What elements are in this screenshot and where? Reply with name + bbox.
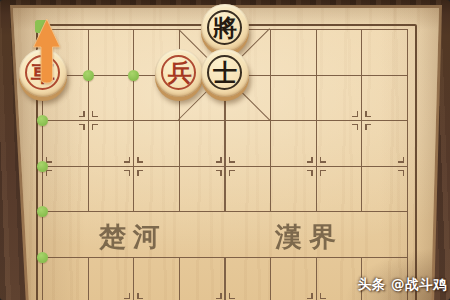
piece-char: 兵 xyxy=(167,61,191,85)
xiangqi-app-screen: 楚河 漢界 將 士 兵 xyxy=(0,0,450,300)
piece-black-general[interactable]: 將 xyxy=(201,4,249,56)
piece-char: 將 xyxy=(213,16,237,40)
piece-char: 士 xyxy=(213,61,237,85)
piece-face: 士 xyxy=(201,49,249,97)
watermark: 头条 @战斗鸡 xyxy=(358,276,447,294)
move-hint-dot[interactable] xyxy=(128,70,139,81)
move-hint-dot[interactable] xyxy=(37,206,48,217)
piece-red-soldier[interactable]: 兵 xyxy=(155,49,203,101)
move-hint-dot[interactable] xyxy=(83,70,94,81)
move-hint-dot[interactable] xyxy=(37,115,48,126)
piece-face: 將 xyxy=(201,4,249,52)
move-arrow-icon xyxy=(29,16,65,86)
move-hint-dot[interactable] xyxy=(37,161,48,172)
board-actors-layer: 將 士 兵 車 xyxy=(0,0,450,300)
move-hint-dot[interactable] xyxy=(37,252,48,263)
piece-black-advisor[interactable]: 士 xyxy=(201,49,249,101)
